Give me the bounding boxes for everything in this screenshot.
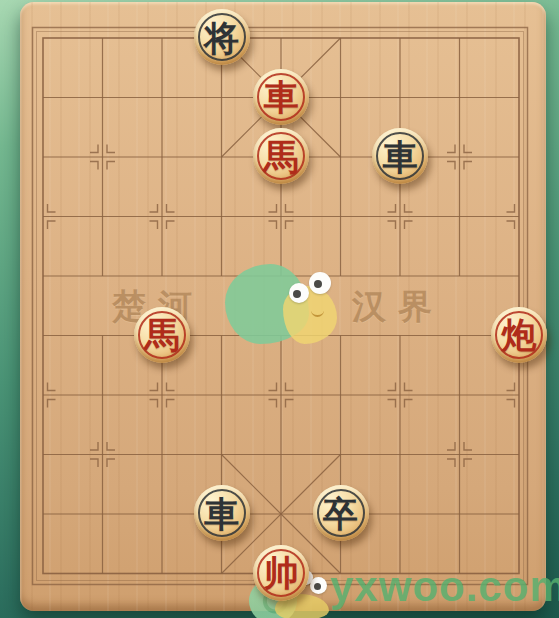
piece-glyph: 車 [194, 485, 250, 541]
river-label-hanjie: 汉界 [352, 284, 444, 330]
piece-glyph: 馬 [253, 128, 309, 184]
piece-red-general[interactable]: 帅 [253, 545, 309, 601]
piece-black-soldier[interactable]: 卒 [313, 485, 369, 541]
piece-glyph: 将 [194, 9, 250, 65]
piece-glyph: 車 [372, 128, 428, 184]
piece-black-chariot-2[interactable]: 車 [194, 485, 250, 541]
piece-glyph: 卒 [313, 485, 369, 541]
piece-glyph: 車 [253, 69, 309, 125]
piece-black-general[interactable]: 将 [194, 9, 250, 65]
piece-red-chariot[interactable]: 車 [253, 69, 309, 125]
piece-glyph: 炮 [491, 307, 547, 363]
piece-red-horse-2[interactable]: 馬 [134, 307, 190, 363]
piece-glyph: 馬 [134, 307, 190, 363]
site-watermark: yxwoo.com [330, 563, 559, 611]
piece-red-horse-1[interactable]: 馬 [253, 128, 309, 184]
piece-glyph: 帅 [253, 545, 309, 601]
game-screen: 楚河 汉界 将車馬車馬炮車卒帅 yxwoo.com [0, 0, 559, 618]
piece-black-chariot-1[interactable]: 車 [372, 128, 428, 184]
piece-red-cannon[interactable]: 炮 [491, 307, 547, 363]
